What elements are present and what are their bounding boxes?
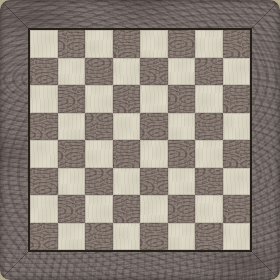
square-d7[interactable] <box>113 58 141 86</box>
square-g8[interactable] <box>195 30 223 58</box>
square-b8[interactable] <box>58 30 86 58</box>
square-a8[interactable] <box>30 30 58 58</box>
square-g7[interactable] <box>195 58 223 86</box>
chessboard <box>0 0 280 280</box>
frame-miter-joint-top-right <box>252 0 280 28</box>
square-g2[interactable] <box>195 195 223 223</box>
square-e4[interactable] <box>140 140 168 168</box>
square-f4[interactable] <box>168 140 196 168</box>
square-b6[interactable] <box>58 85 86 113</box>
square-d6[interactable] <box>113 85 141 113</box>
square-g1[interactable] <box>195 223 223 251</box>
square-e6[interactable] <box>140 85 168 113</box>
square-e3[interactable] <box>140 168 168 196</box>
square-d3[interactable] <box>113 168 141 196</box>
square-c5[interactable] <box>85 113 113 141</box>
square-f3[interactable] <box>168 168 196 196</box>
square-h6[interactable] <box>223 85 251 113</box>
square-g3[interactable] <box>195 168 223 196</box>
square-b4[interactable] <box>58 140 86 168</box>
square-c1[interactable] <box>85 223 113 251</box>
square-f7[interactable] <box>168 58 196 86</box>
square-b1[interactable] <box>58 223 86 251</box>
square-e7[interactable] <box>140 58 168 86</box>
square-h3[interactable] <box>223 168 251 196</box>
square-h4[interactable] <box>223 140 251 168</box>
square-f5[interactable] <box>168 113 196 141</box>
square-g6[interactable] <box>195 85 223 113</box>
square-c4[interactable] <box>85 140 113 168</box>
square-e5[interactable] <box>140 113 168 141</box>
square-e8[interactable] <box>140 30 168 58</box>
square-a6[interactable] <box>30 85 58 113</box>
square-d1[interactable] <box>113 223 141 251</box>
square-g4[interactable] <box>195 140 223 168</box>
square-c6[interactable] <box>85 85 113 113</box>
square-b7[interactable] <box>58 58 86 86</box>
square-c8[interactable] <box>85 30 113 58</box>
square-c2[interactable] <box>85 195 113 223</box>
square-f8[interactable] <box>168 30 196 58</box>
frame-miter-joint-top-left <box>0 0 28 28</box>
square-e2[interactable] <box>140 195 168 223</box>
square-h1[interactable] <box>223 223 251 251</box>
square-f2[interactable] <box>168 195 196 223</box>
square-a1[interactable] <box>30 223 58 251</box>
square-c7[interactable] <box>85 58 113 86</box>
square-a4[interactable] <box>30 140 58 168</box>
square-g5[interactable] <box>195 113 223 141</box>
square-h5[interactable] <box>223 113 251 141</box>
square-h2[interactable] <box>223 195 251 223</box>
square-d8[interactable] <box>113 30 141 58</box>
chess-board-grid <box>28 28 252 252</box>
square-d5[interactable] <box>113 113 141 141</box>
square-b5[interactable] <box>58 113 86 141</box>
square-a7[interactable] <box>30 58 58 86</box>
square-h8[interactable] <box>223 30 251 58</box>
square-a3[interactable] <box>30 168 58 196</box>
square-f1[interactable] <box>168 223 196 251</box>
square-a5[interactable] <box>30 113 58 141</box>
square-b3[interactable] <box>58 168 86 196</box>
frame-miter-joint-bottom-right <box>252 252 280 280</box>
square-h7[interactable] <box>223 58 251 86</box>
square-d2[interactable] <box>113 195 141 223</box>
square-e1[interactable] <box>140 223 168 251</box>
square-b2[interactable] <box>58 195 86 223</box>
frame-miter-joint-bottom-left <box>0 252 28 280</box>
square-d4[interactable] <box>113 140 141 168</box>
square-a2[interactable] <box>30 195 58 223</box>
square-c3[interactable] <box>85 168 113 196</box>
square-f6[interactable] <box>168 85 196 113</box>
